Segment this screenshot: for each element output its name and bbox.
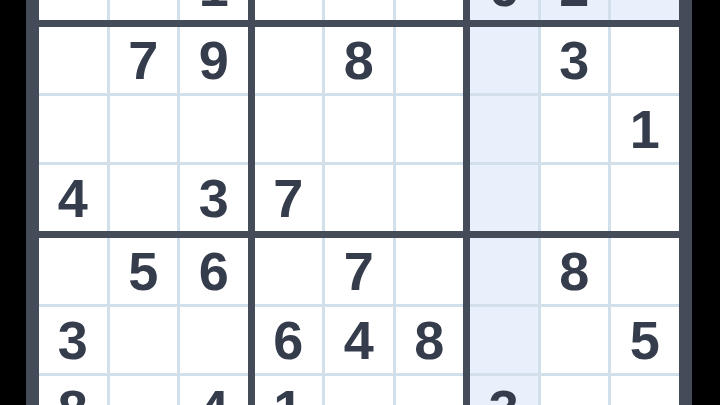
cell-r4c9[interactable] [611, 27, 679, 93]
cell-r9c9[interactable] [611, 376, 679, 405]
box-divider [39, 20, 679, 27]
cell-r3c8[interactable]: 2 [541, 0, 609, 20]
cell-r7c1[interactable] [39, 238, 107, 304]
cell-r7c8[interactable]: 8 [541, 238, 609, 304]
cell-r6c8[interactable] [541, 165, 609, 231]
cell-r9c2[interactable] [110, 376, 178, 405]
cell-r5c2[interactable] [110, 96, 178, 162]
cell-r4c4[interactable] [255, 27, 323, 93]
cell-r4c3[interactable]: 9 [180, 27, 248, 93]
box-divider [39, 231, 679, 238]
cell-r3c9[interactable] [611, 0, 679, 20]
cell-r9c3[interactable]: 4 [180, 376, 248, 405]
cell-r3c6[interactable] [396, 0, 464, 20]
cell-r8c8[interactable] [541, 307, 609, 373]
cell-r5c7[interactable] [470, 96, 538, 162]
cell-r6c2[interactable] [110, 165, 178, 231]
cell-r8c6[interactable]: 8 [396, 307, 464, 373]
cell-r6c1[interactable]: 4 [39, 165, 107, 231]
cell-r5c3[interactable] [180, 96, 248, 162]
cell-r6c7[interactable] [470, 165, 538, 231]
cell-r3c1[interactable] [39, 0, 107, 20]
cell-r4c1[interactable] [39, 27, 107, 93]
cell-r8c1[interactable]: 3 [39, 307, 107, 373]
box-divider [248, 0, 255, 405]
cell-r9c8[interactable] [541, 376, 609, 405]
cell-r7c6[interactable] [396, 238, 464, 304]
cell-r7c2[interactable]: 5 [110, 238, 178, 304]
cell-r8c3[interactable] [180, 307, 248, 373]
cell-r4c2[interactable]: 7 [110, 27, 178, 93]
cell-r7c7[interactable] [470, 238, 538, 304]
cell-r7c5[interactable]: 7 [325, 238, 393, 304]
cell-r9c4[interactable]: 1 [255, 376, 323, 405]
cell-r8c9[interactable]: 5 [611, 307, 679, 373]
cell-r9c5[interactable] [325, 376, 393, 405]
cell-r3c7[interactable]: 6 [470, 0, 538, 20]
cell-r9c7[interactable]: 3 [470, 376, 538, 405]
cell-r8c2[interactable] [110, 307, 178, 373]
cell-r8c4[interactable]: 6 [255, 307, 323, 373]
app-viewport: 162798314375678364858413 [0, 0, 720, 405]
cell-r7c3[interactable]: 6 [180, 238, 248, 304]
cell-r5c9[interactable]: 1 [611, 96, 679, 162]
cell-r3c3[interactable]: 1 [180, 0, 248, 20]
cell-r4c6[interactable] [396, 27, 464, 93]
cell-r3c2[interactable] [110, 0, 178, 20]
cell-r5c1[interactable] [39, 96, 107, 162]
cell-r9c1[interactable]: 8 [39, 376, 107, 405]
cell-r4c7[interactable] [470, 27, 538, 93]
cell-r7c9[interactable] [611, 238, 679, 304]
letterbox-right [693, 0, 720, 405]
cell-r3c4[interactable] [255, 0, 323, 20]
cell-r6c5[interactable] [325, 165, 393, 231]
cell-r5c6[interactable] [396, 96, 464, 162]
cell-r6c9[interactable] [611, 165, 679, 231]
cell-r4c5[interactable]: 8 [325, 27, 393, 93]
cell-r9c6[interactable] [396, 376, 464, 405]
cell-r4c8[interactable]: 3 [541, 27, 609, 93]
box-divider [463, 0, 470, 405]
cell-r7c4[interactable] [255, 238, 323, 304]
cell-r3c5[interactable] [325, 0, 393, 20]
cell-r5c4[interactable] [255, 96, 323, 162]
sudoku-board: 162798314375678364858413 [26, 0, 692, 405]
cell-r6c6[interactable] [396, 165, 464, 231]
cell-r8c7[interactable] [470, 307, 538, 373]
cell-r5c8[interactable] [541, 96, 609, 162]
cell-r8c5[interactable]: 4 [325, 307, 393, 373]
letterbox-left [0, 0, 26, 405]
cell-r6c4[interactable]: 7 [255, 165, 323, 231]
cell-r6c3[interactable]: 3 [180, 165, 248, 231]
cell-r5c5[interactable] [325, 96, 393, 162]
